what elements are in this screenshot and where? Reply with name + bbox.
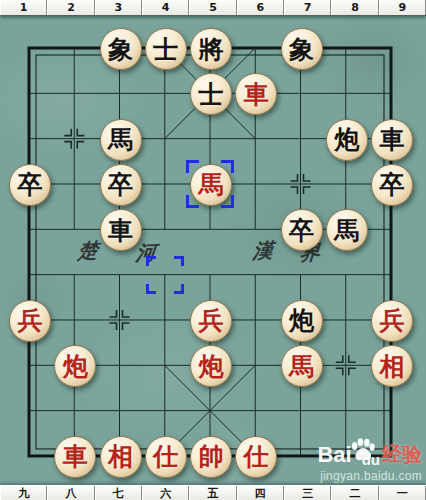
black-elephant-piece[interactable]: 象 <box>281 28 323 70</box>
point-marker <box>64 142 71 149</box>
coord-label: 八 <box>47 486 94 500</box>
point-marker <box>64 129 71 136</box>
coord-label: 一 <box>379 486 426 500</box>
river-text-han: 漢 <box>252 237 274 265</box>
black-horse-piece[interactable]: 馬 <box>326 209 368 251</box>
point-marker <box>349 355 356 362</box>
red-elephant-piece[interactable]: 相 <box>100 436 142 478</box>
coord-label: 1 <box>0 0 47 15</box>
black-chariot-piece[interactable]: 車 <box>100 209 142 251</box>
xiangqi-board[interactable]: 楚 河 漢 界 象士將象士車馬炮車卒卒馬卒車卒馬兵兵炮兵炮炮馬相車相仕帥仕 <box>0 0 426 500</box>
coord-label: 2 <box>47 0 94 15</box>
baidu-logo: Bai du 经验 <box>317 438 422 468</box>
point-marker <box>110 323 117 330</box>
coord-label: 3 <box>95 0 142 15</box>
point-marker <box>349 368 356 375</box>
black-general-piece[interactable]: 將 <box>190 28 232 70</box>
point-marker <box>336 368 343 375</box>
coord-label: 7 <box>284 0 331 15</box>
red-elephant-piece[interactable]: 相 <box>371 345 413 387</box>
point-marker <box>123 323 130 330</box>
red-general-piece[interactable]: 帥 <box>190 436 232 478</box>
red-horse-piece[interactable]: 馬 <box>190 164 232 206</box>
river-text-chu: 楚 <box>77 237 99 265</box>
point-marker <box>77 142 84 149</box>
point-marker <box>123 310 130 317</box>
point-marker <box>304 174 311 181</box>
baidu-watermark: Bai du 经验 jingyan.baidu.com <box>317 438 422 483</box>
coord-label: 二 <box>331 486 378 500</box>
point-marker <box>336 355 343 362</box>
black-advisor-piece[interactable]: 士 <box>145 28 187 70</box>
baidu-logo-jingyan: 经验 <box>382 441 422 468</box>
red-cannon-piece[interactable]: 炮 <box>190 345 232 387</box>
coord-label: 9 <box>379 0 426 15</box>
coord-label: 三 <box>284 486 331 500</box>
red-soldier-piece[interactable]: 兵 <box>9 300 51 342</box>
black-cannon-piece[interactable]: 炮 <box>281 300 323 342</box>
red-soldier-piece[interactable]: 兵 <box>371 300 413 342</box>
baidu-logo-du: du <box>362 451 380 468</box>
point-marker <box>77 129 84 136</box>
black-soldier-piece[interactable]: 卒 <box>9 164 51 206</box>
black-soldier-piece[interactable]: 卒 <box>100 164 142 206</box>
coord-label: 五 <box>189 486 236 500</box>
red-chariot-piece[interactable]: 車 <box>54 436 96 478</box>
point-marker <box>110 310 117 317</box>
black-elephant-piece[interactable]: 象 <box>100 28 142 70</box>
red-soldier-piece[interactable]: 兵 <box>190 300 232 342</box>
watermark-url: jingyan.baidu.com <box>320 469 422 483</box>
xiangqi-app: 123456789 楚 河 漢 界 象士將象士車馬炮車卒卒馬卒車卒馬兵兵炮兵炮炮… <box>0 0 426 500</box>
black-horse-piece[interactable]: 馬 <box>100 119 142 161</box>
coord-label: 5 <box>189 0 236 15</box>
black-soldier-piece[interactable]: 卒 <box>281 209 323 251</box>
red-horse-piece[interactable]: 馬 <box>281 345 323 387</box>
river-text-he: 河 <box>135 239 157 267</box>
coord-label: 6 <box>237 0 284 15</box>
point-marker <box>304 187 311 194</box>
coord-label: 四 <box>237 486 284 500</box>
coord-label: 九 <box>0 486 47 500</box>
black-chariot-piece[interactable]: 車 <box>371 119 413 161</box>
file-labels-top: 123456789 <box>0 0 426 16</box>
coord-label: 4 <box>142 0 189 15</box>
black-cannon-piece[interactable]: 炮 <box>326 119 368 161</box>
coord-label: 8 <box>331 0 378 15</box>
coord-label: 七 <box>95 486 142 500</box>
coord-label: 六 <box>142 486 189 500</box>
red-advisor-piece[interactable]: 仕 <box>145 436 187 478</box>
point-marker <box>291 174 298 181</box>
baidu-logo-bai: Bai <box>317 442 351 468</box>
file-labels-bottom: 九八七六五四三二一 <box>0 485 426 500</box>
black-soldier-piece[interactable]: 卒 <box>371 164 413 206</box>
point-marker <box>291 187 298 194</box>
red-advisor-piece[interactable]: 仕 <box>235 436 277 478</box>
